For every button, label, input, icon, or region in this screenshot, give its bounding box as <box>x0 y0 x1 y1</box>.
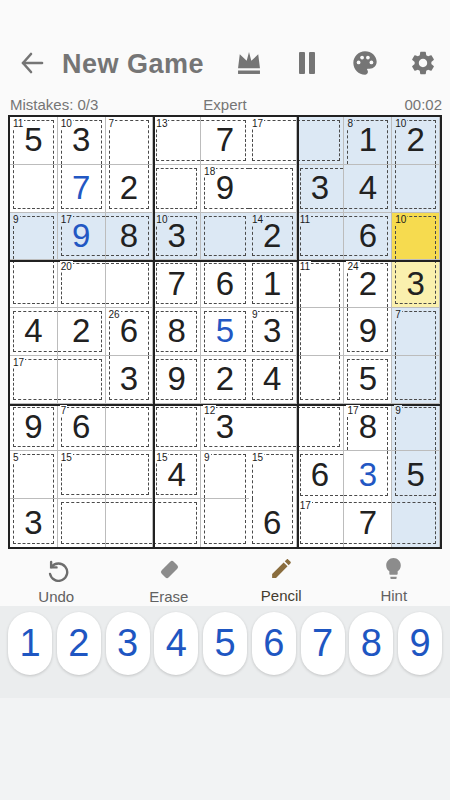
cell-r2c8[interactable]: 4 <box>344 165 392 213</box>
cell-r1c8[interactable]: 81 <box>344 117 392 165</box>
erase-button[interactable]: Erase <box>113 556 226 608</box>
cage-sum-label: 13 <box>155 118 168 129</box>
page-title: New Game <box>62 49 204 80</box>
cell-r3c4[interactable]: 103 <box>153 213 201 261</box>
status-bar: Mistakes: 0/3 Expert 00:02 <box>0 96 450 114</box>
numkey-2[interactable]: 2 <box>57 612 101 675</box>
cage-sum-label: 17 <box>251 118 264 129</box>
difficulty-label: Expert <box>0 96 450 113</box>
box-line-vertical-1 <box>153 117 155 547</box>
pencil-icon <box>269 556 294 584</box>
given-digit: 7 <box>153 260 200 307</box>
given-digit: 5 <box>344 356 391 403</box>
cell-r2c7[interactable]: 3 <box>297 165 345 213</box>
given-digit: 3 <box>297 165 344 212</box>
cell-r1c1[interactable]: 115 <box>10 117 58 165</box>
cage-sum-label: 10 <box>394 118 407 129</box>
cell-r1c4[interactable]: 13 <box>153 117 201 165</box>
hint-button[interactable]: Hint <box>338 556 450 608</box>
cell-r2c6[interactable] <box>249 165 297 213</box>
cage-sum-label: 12 <box>203 405 216 416</box>
cage-sum-label: 5 <box>12 452 20 463</box>
cell-r1c7[interactable] <box>297 117 345 165</box>
settings-button[interactable] <box>408 49 438 79</box>
user-digit: 7 <box>58 165 105 212</box>
cell-r8c9[interactable]: 5 <box>392 451 440 499</box>
numkey-7[interactable]: 7 <box>301 612 345 675</box>
cell-r2c2[interactable]: 7 <box>58 165 106 213</box>
given-digit: 4 <box>344 165 391 212</box>
box-line-horizontal-2 <box>10 404 440 406</box>
cell-r9c5[interactable] <box>201 499 249 547</box>
erase-label: Erase <box>149 588 188 605</box>
cell-r7c3[interactable] <box>106 404 154 452</box>
cell-r8c2[interactable]: 15 <box>58 451 106 499</box>
given-digit: 3 <box>106 356 153 403</box>
eraser-icon <box>156 556 182 585</box>
given-digit: 9 <box>10 404 57 451</box>
cell-r5c7[interactable] <box>297 308 345 356</box>
cage-sum-label: 17 <box>60 214 73 225</box>
header: New Game <box>0 42 450 86</box>
cage-sum-label: 8 <box>346 118 354 129</box>
cage-sum-label: 10 <box>155 214 168 225</box>
numkey-5[interactable]: 5 <box>203 612 247 675</box>
cage-sum-label: 9 <box>394 405 402 416</box>
cell-r9c4[interactable] <box>153 499 201 547</box>
undo-label: Undo <box>38 588 74 605</box>
cell-r8c6[interactable]: 15 <box>249 451 297 499</box>
cell-r7c7[interactable] <box>297 404 345 452</box>
cell-r1c2[interactable]: 103 <box>58 117 106 165</box>
cell-r4c2[interactable]: 20 <box>58 260 106 308</box>
given-digit: 1 <box>249 260 296 307</box>
numkey-1[interactable]: 1 <box>8 612 52 675</box>
given-digit: 6 <box>297 451 344 499</box>
board: 1151037137178110272189349179810314211610… <box>8 115 442 549</box>
given-digit: 6 <box>201 260 249 307</box>
cell-r1c3[interactable]: 7 <box>106 117 154 165</box>
cell-r8c1[interactable]: 5 <box>10 451 58 499</box>
cell-r4c3[interactable] <box>106 260 154 308</box>
cell-r2c1[interactable] <box>10 165 58 213</box>
given-digit: 5 <box>392 451 439 499</box>
user-digit: 5 <box>201 308 249 355</box>
cell-r5c6[interactable]: 93 <box>249 308 297 356</box>
cage-sum-label: 24 <box>346 261 359 272</box>
palette-icon <box>351 49 379 80</box>
cell-r2c3[interactable]: 2 <box>106 165 154 213</box>
cell-r8c3[interactable] <box>106 451 154 499</box>
cell-r9c7[interactable]: 17 <box>297 499 345 547</box>
given-digit: 6 <box>249 499 296 547</box>
cell-r7c6[interactable] <box>249 404 297 452</box>
cell-r3c9[interactable]: 10 <box>392 213 440 261</box>
cell-r5c8[interactable]: 9 <box>344 308 392 356</box>
given-digit: 2 <box>106 165 153 212</box>
cell-r8c4[interactable]: 154 <box>153 451 201 499</box>
cage-sum-label: 11 <box>299 214 311 225</box>
cage-sum-label: 14 <box>251 214 264 225</box>
cell-r7c9[interactable]: 9 <box>392 404 440 452</box>
cage-sum-label: 7 <box>108 118 116 129</box>
cage-sum-label: 7 <box>394 309 402 320</box>
cell-r4c4[interactable]: 7 <box>153 260 201 308</box>
cage-sum-label: 18 <box>203 166 216 177</box>
cell-r3c3[interactable]: 8 <box>106 213 154 261</box>
cell-r4c5[interactable]: 6 <box>201 260 249 308</box>
cell-r5c3[interactable]: 266 <box>106 308 154 356</box>
toolbar: Undo Erase Pencil Hint <box>0 556 450 608</box>
cage-sum-label: 17 <box>299 500 312 511</box>
cell-r3c1[interactable]: 9 <box>10 213 58 261</box>
given-digit: 3 <box>10 499 57 547</box>
cell-r7c1[interactable]: 9 <box>10 404 58 452</box>
given-digit: 2 <box>201 356 249 403</box>
cell-r9c1[interactable]: 3 <box>10 499 58 547</box>
cell-r9c9[interactable] <box>392 499 440 547</box>
cell-r2c4[interactable] <box>153 165 201 213</box>
given-digit: 7 <box>344 499 391 547</box>
cell-r6c5[interactable]: 2 <box>201 356 249 404</box>
cell-r5c4[interactable]: 8 <box>153 308 201 356</box>
cage-sum-label: 11 <box>299 261 311 272</box>
cage-sum-label: 15 <box>60 452 73 463</box>
cell-r9c8[interactable]: 7 <box>344 499 392 547</box>
cage-sum-label: 9 <box>203 452 211 463</box>
hint-label: Hint <box>380 587 407 604</box>
cell-r3c5[interactable] <box>201 213 249 261</box>
cell-r5c5[interactable]: 5 <box>201 308 249 356</box>
numpad: 123456789 <box>8 612 442 675</box>
given-digit: 8 <box>106 213 153 260</box>
cell-r5c9[interactable]: 7 <box>392 308 440 356</box>
palette-button[interactable] <box>350 49 380 79</box>
cell-r7c8[interactable]: 178 <box>344 404 392 452</box>
given-digit: 3 <box>392 260 439 307</box>
pause-icon <box>295 50 319 79</box>
cage-sum-label: 7 <box>60 405 68 416</box>
cell-r1c9[interactable]: 102 <box>392 117 440 165</box>
undo-icon <box>43 556 69 585</box>
bottom-area <box>0 698 450 800</box>
cell-r8c8[interactable]: 3 <box>344 451 392 499</box>
back-arrow-icon <box>18 49 46 80</box>
cell-r3c8[interactable]: 6 <box>344 213 392 261</box>
cell-r6c1[interactable]: 17 <box>10 356 58 404</box>
crown-button[interactable] <box>234 49 264 79</box>
cell-r6c2[interactable] <box>58 356 106 404</box>
cell-r7c5[interactable]: 123 <box>201 404 249 452</box>
app-root: New Game <box>0 0 450 800</box>
cage-sum-label: 9 <box>12 214 20 225</box>
cell-r5c1[interactable]: 4 <box>10 308 58 356</box>
cell-r7c4[interactable] <box>153 404 201 452</box>
cage-sum-label: 17 <box>346 405 359 416</box>
given-digit: 8 <box>153 308 200 355</box>
pause-button[interactable] <box>292 49 322 79</box>
given-digit: 2 <box>58 308 105 355</box>
gear-icon <box>409 49 437 80</box>
cell-r1c5[interactable]: 7 <box>201 117 249 165</box>
numkey-8[interactable]: 8 <box>349 612 393 675</box>
cell-r3c2[interactable]: 179 <box>58 213 106 261</box>
cell-r8c5[interactable]: 9 <box>201 451 249 499</box>
cell-r6c8[interactable]: 5 <box>344 356 392 404</box>
cage-sum-label: 26 <box>108 309 121 320</box>
cage-sum-label: 20 <box>60 261 73 272</box>
numkey-3[interactable]: 3 <box>106 612 150 675</box>
cage-sum-label: 9 <box>251 309 259 320</box>
cell-r1c6[interactable]: 17 <box>249 117 297 165</box>
cell-r8c7[interactable]: 6 <box>297 451 345 499</box>
cell-r3c6[interactable]: 142 <box>249 213 297 261</box>
cell-r5c2[interactable]: 2 <box>58 308 106 356</box>
cage-sum-label: 10 <box>60 118 73 129</box>
cage-sum-label: 11 <box>12 118 24 129</box>
cage-sum-label: 17 <box>12 357 25 368</box>
cell-r4c8[interactable]: 242 <box>344 260 392 308</box>
cage-sum-label: 15 <box>251 452 264 463</box>
header-icons <box>234 49 438 79</box>
cell-r2c5[interactable]: 189 <box>201 165 249 213</box>
cell-r9c6[interactable]: 6 <box>249 499 297 547</box>
pencil-button[interactable]: Pencil <box>225 556 338 608</box>
given-digit: 9 <box>344 308 391 355</box>
cell-r4c9[interactable]: 3 <box>392 260 440 308</box>
cage-sum-label: 10 <box>394 214 407 225</box>
timer: 00:02 <box>404 96 442 113</box>
cell-r4c7[interactable]: 11 <box>297 260 345 308</box>
back-button[interactable] <box>16 48 48 80</box>
given-digit: 9 <box>153 356 200 403</box>
numkey-9[interactable]: 9 <box>398 612 442 675</box>
given-digit: 4 <box>249 356 296 403</box>
crown-icon <box>234 48 264 81</box>
cell-r2c9[interactable] <box>392 165 440 213</box>
cell-r6c9[interactable] <box>392 356 440 404</box>
cell-r7c2[interactable]: 76 <box>58 404 106 452</box>
numkey-4[interactable]: 4 <box>154 612 198 675</box>
box-line-horizontal-1 <box>10 260 440 262</box>
cell-r6c6[interactable]: 4 <box>249 356 297 404</box>
cell-r4c1[interactable] <box>10 260 58 308</box>
cell-r4c6[interactable]: 1 <box>249 260 297 308</box>
box-line-vertical-2 <box>297 117 299 547</box>
numkey-6[interactable]: 6 <box>252 612 296 675</box>
lightbulb-icon <box>381 556 406 584</box>
cell-r9c2[interactable] <box>58 499 106 547</box>
given-digit: 6 <box>344 213 391 260</box>
pencil-label: Pencil <box>261 587 302 604</box>
user-digit: 3 <box>344 451 391 499</box>
given-digit: 4 <box>10 308 57 355</box>
cell-r9c3[interactable] <box>106 499 154 547</box>
cell-r6c7[interactable] <box>297 356 345 404</box>
cell-r6c3[interactable]: 3 <box>106 356 154 404</box>
cell-r3c7[interactable]: 11 <box>297 213 345 261</box>
cage-sum-label: 15 <box>155 452 168 463</box>
undo-button[interactable]: Undo <box>0 556 113 608</box>
cell-r6c4[interactable]: 9 <box>153 356 201 404</box>
given-digit: 7 <box>201 117 249 164</box>
